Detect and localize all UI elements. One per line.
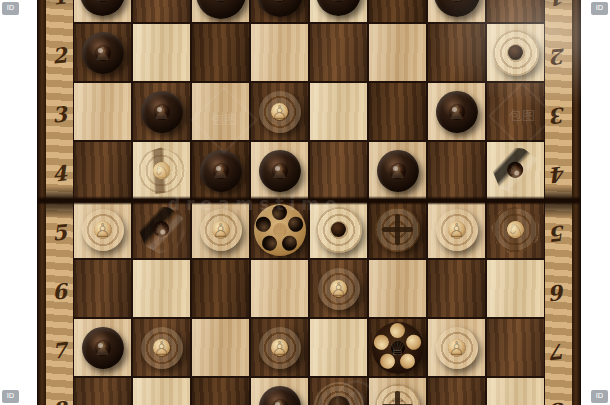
piece-glyph: ♜: [316, 0, 361, 16]
square-e7[interactable]: [310, 319, 367, 376]
square-h2[interactable]: ♗: [487, 24, 544, 81]
queen-coronet-ball: [372, 333, 391, 352]
white-knight[interactable]: ♘: [484, 198, 548, 262]
black-pawn[interactable]: ♟: [436, 91, 478, 133]
square-e3[interactable]: [310, 83, 367, 140]
square-e2[interactable]: [310, 24, 367, 81]
square-g8[interactable]: [428, 378, 485, 405]
queen-coronet-ball: [254, 215, 273, 234]
queen-crown-center: [273, 223, 287, 237]
black-pawn[interactable]: ♟: [259, 150, 301, 192]
square-c4[interactable]: ♟: [192, 142, 249, 199]
piece-finial-knob: [331, 222, 346, 237]
black-queen[interactable]: ♛: [254, 204, 306, 256]
square-g5[interactable]: ♙: [428, 201, 485, 258]
white-rook[interactable]: ♖: [375, 207, 420, 252]
square-h3[interactable]: [487, 83, 544, 140]
square-h1[interactable]: [487, 0, 544, 22]
square-d5[interactable]: ♛: [251, 201, 308, 258]
queen-coronet-ball: [286, 215, 305, 234]
piece-finial-knob: [272, 399, 288, 405]
piece-finial-knob: [95, 340, 111, 356]
watermark-id-badge: ID: [591, 390, 608, 403]
white-pawn[interactable]: ♙: [141, 327, 183, 369]
square-b5[interactable]: ♞: [133, 201, 190, 258]
square-h5[interactable]: ♘: [487, 201, 544, 258]
photo-canvas: 12345678 ♜♚♝♜♝♟♗♟♙♟♘♟♟♟♞♙♞♙♛♗♖♙♘♙♟♙♙♕♙♟♔…: [0, 0, 610, 405]
black-pawn[interactable]: ♟: [200, 150, 242, 192]
piece-finial-knob: [94, 221, 111, 238]
piece-finial-knob: [449, 0, 465, 2]
black-pawn[interactable]: ♟: [82, 327, 124, 369]
square-g7[interactable]: ♙: [428, 319, 485, 376]
square-a4[interactable]: [74, 142, 131, 199]
square-a2[interactable]: ♟: [74, 24, 131, 81]
piece-finial-knob: [508, 45, 523, 60]
square-b4[interactable]: ♘: [133, 142, 190, 199]
white-pawn[interactable]: ♙: [259, 91, 301, 133]
piece-finial-knob: [331, 0, 347, 2]
square-b1[interactable]: [133, 0, 190, 22]
piece-finial-knob: [153, 339, 170, 356]
square-a7[interactable]: ♟: [74, 319, 131, 376]
black-pawn[interactable]: ♟: [259, 386, 301, 405]
square-d4[interactable]: ♟: [251, 142, 308, 199]
piece-finial-knob: [448, 339, 465, 356]
rook-crenellation-notch: [395, 214, 400, 245]
square-f6[interactable]: [369, 260, 426, 317]
rank-label-right-1: 1: [544, 0, 574, 13]
piece-finial-knob: [328, 396, 350, 405]
rank-label-left-7: 7: [45, 335, 75, 368]
square-a1[interactable]: ♜: [74, 0, 131, 22]
black-king[interactable]: ♚: [196, 0, 246, 19]
queen-coronet-ball: [390, 323, 405, 338]
square-b7[interactable]: ♙: [133, 319, 190, 376]
square-a5[interactable]: ♙: [74, 201, 131, 258]
square-g4[interactable]: [428, 142, 485, 199]
white-queen[interactable]: ♕: [372, 322, 424, 374]
square-c3[interactable]: [192, 83, 249, 140]
white-pawn[interactable]: ♙: [318, 268, 360, 310]
square-g1[interactable]: ♝: [428, 0, 485, 22]
square-g3[interactable]: ♟: [428, 83, 485, 140]
square-f4[interactable]: ♟: [369, 142, 426, 199]
piece-finial-knob: [448, 221, 465, 238]
black-bishop[interactable]: ♝: [434, 0, 480, 17]
rank-label-right-2: 2: [544, 40, 574, 73]
queen-crown-center: [391, 341, 405, 355]
square-f5[interactable]: ♖: [369, 201, 426, 258]
square-c7[interactable]: [192, 319, 249, 376]
rank-label-right-6: 6: [544, 276, 574, 309]
rank-label-right-8: 8: [544, 394, 574, 405]
square-f1[interactable]: [369, 0, 426, 22]
piece-finial-knob: [390, 163, 406, 179]
square-e6[interactable]: ♙: [310, 260, 367, 317]
rank-label-left-2: 2: [45, 40, 75, 73]
square-a8[interactable]: [74, 378, 131, 405]
rank-label-right-7: 7: [544, 335, 574, 368]
square-c5[interactable]: ♙: [192, 201, 249, 258]
white-bishop[interactable]: ♗: [493, 30, 539, 76]
rank-label-left-8: 8: [45, 394, 75, 405]
piece-finial-knob: [272, 163, 288, 179]
piece-finial-knob: [95, 45, 111, 61]
piece-finial-knob: [151, 219, 171, 239]
rook-crenellation-notch: [395, 391, 400, 405]
piece-finial-knob: [95, 0, 111, 2]
black-pawn[interactable]: ♟: [377, 150, 419, 192]
square-a3[interactable]: [74, 83, 131, 140]
white-rook[interactable]: ♖: [375, 384, 420, 405]
piece-finial-knob: [271, 339, 288, 356]
white-pawn[interactable]: ♙: [200, 209, 242, 251]
white-pawn[interactable]: ♙: [436, 209, 478, 251]
square-f3[interactable]: [369, 83, 426, 140]
square-d6[interactable]: [251, 260, 308, 317]
white-king[interactable]: ♔: [314, 382, 364, 405]
square-c2[interactable]: [192, 24, 249, 81]
black-pawn[interactable]: ♟: [141, 91, 183, 133]
square-b3[interactable]: ♟: [133, 83, 190, 140]
rank-label-right-3: 3: [544, 99, 574, 132]
square-g2[interactable]: [428, 24, 485, 81]
square-d3[interactable]: ♙: [251, 83, 308, 140]
square-h4[interactable]: ♞: [487, 142, 544, 199]
piece-finial-knob: [213, 0, 229, 2]
square-e4[interactable]: [310, 142, 367, 199]
black-knight[interactable]: ♞: [486, 141, 545, 200]
black-bishop[interactable]: ♝: [257, 0, 303, 17]
square-d1[interactable]: ♝: [251, 0, 308, 22]
piece-finial-knob: [212, 221, 229, 238]
square-a6[interactable]: [74, 260, 131, 317]
watermark-id-badge: ID: [2, 390, 19, 403]
board-fold-hinge: [37, 196, 581, 205]
square-h6[interactable]: [487, 260, 544, 317]
piece-finial-knob: [213, 163, 229, 179]
square-h8[interactable]: [487, 378, 544, 405]
rank-label-left-4: 4: [45, 158, 75, 191]
black-rook[interactable]: ♜: [80, 0, 125, 16]
square-c1[interactable]: ♚: [192, 0, 249, 22]
white-pawn[interactable]: ♙: [259, 327, 301, 369]
queen-coronet-ball: [272, 205, 287, 220]
piece-finial-knob: [271, 103, 288, 120]
piece-glyph: ♚: [196, 0, 246, 19]
square-f7[interactable]: ♕: [369, 319, 426, 376]
piece-glyph: ♝: [257, 0, 303, 17]
square-b8[interactable]: [133, 378, 190, 405]
square-e5[interactable]: ♗: [310, 201, 367, 258]
square-d2[interactable]: [251, 24, 308, 81]
rank-label-left-3: 3: [45, 99, 75, 132]
watermark-id-badge: ID: [591, 2, 608, 15]
square-d8[interactable]: ♟: [251, 378, 308, 405]
white-pawn[interactable]: ♙: [436, 327, 478, 369]
rank-label-left-1: 1: [45, 0, 75, 13]
square-d7[interactable]: ♙: [251, 319, 308, 376]
square-f2[interactable]: [369, 24, 426, 81]
black-rook[interactable]: ♜: [316, 0, 361, 16]
rank-label-left-6: 6: [45, 276, 75, 309]
piece-finial-knob: [150, 159, 173, 182]
queen-coronet-ball: [404, 333, 423, 352]
square-g6[interactable]: [428, 260, 485, 317]
square-e1[interactable]: ♜: [310, 0, 367, 22]
black-knight[interactable]: ♞: [132, 200, 191, 259]
square-b6[interactable]: [133, 260, 190, 317]
piece-finial-knob: [272, 0, 288, 2]
piece-finial-knob: [449, 104, 465, 120]
white-pawn[interactable]: ♙: [82, 209, 124, 251]
piece-finial-knob: [330, 280, 347, 297]
rank-label-right-5: 5: [544, 217, 574, 250]
piece-finial-knob: [154, 104, 170, 120]
white-knight[interactable]: ♘: [130, 139, 194, 203]
square-e8[interactable]: ♔: [310, 378, 367, 405]
white-bishop[interactable]: ♗: [316, 207, 362, 253]
piece-finial-knob: [504, 218, 527, 241]
square-h7[interactable]: [487, 319, 544, 376]
watermark-id-badge: ID: [2, 2, 19, 15]
square-b2[interactable]: [133, 24, 190, 81]
piece-finial-knob: [505, 160, 525, 180]
rank-label-left-5: 5: [45, 217, 75, 250]
rank-label-right-4: 4: [544, 158, 574, 191]
black-pawn[interactable]: ♟: [82, 32, 124, 74]
square-c8[interactable]: [192, 378, 249, 405]
piece-glyph: ♝: [434, 0, 480, 17]
square-f8[interactable]: ♖: [369, 378, 426, 405]
square-c6[interactable]: [192, 260, 249, 317]
piece-glyph: ♜: [80, 0, 125, 16]
